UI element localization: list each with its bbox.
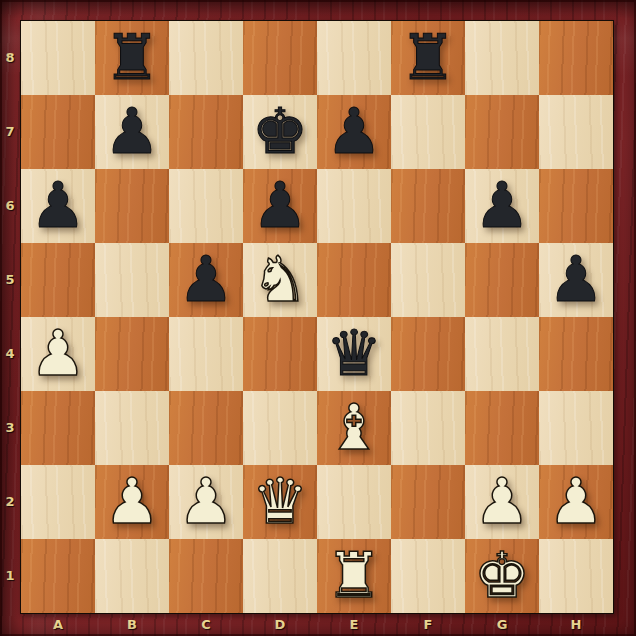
square-g6[interactable]: ♟ xyxy=(465,169,539,243)
square-e6[interactable] xyxy=(317,169,391,243)
piece-black-pawn[interactable]: ♟ xyxy=(252,169,308,243)
square-a2[interactable] xyxy=(21,465,95,539)
square-a4[interactable]: ♟ xyxy=(21,317,95,391)
piece-black-pawn[interactable]: ♟ xyxy=(548,243,604,317)
piece-black-pawn[interactable]: ♟ xyxy=(30,169,86,243)
piece-black-pawn[interactable]: ♟ xyxy=(104,95,160,169)
square-a7[interactable] xyxy=(21,95,95,169)
square-h2[interactable]: ♟ xyxy=(539,465,613,539)
piece-black-pawn[interactable]: ♟ xyxy=(178,243,234,317)
square-g5[interactable] xyxy=(465,243,539,317)
file-label-b: B xyxy=(95,613,169,636)
square-b1[interactable] xyxy=(95,539,169,613)
square-d8[interactable] xyxy=(243,21,317,95)
piece-white-rook[interactable]: ♜ xyxy=(326,539,382,613)
square-f3[interactable] xyxy=(391,391,465,465)
square-c3[interactable] xyxy=(169,391,243,465)
piece-white-pawn[interactable]: ♟ xyxy=(178,465,234,539)
square-g4[interactable] xyxy=(465,317,539,391)
rank-label-6: 6 xyxy=(0,169,20,243)
square-d4[interactable] xyxy=(243,317,317,391)
square-d1[interactable] xyxy=(243,539,317,613)
square-e5[interactable] xyxy=(317,243,391,317)
piece-white-pawn[interactable]: ♟ xyxy=(104,465,160,539)
square-c8[interactable] xyxy=(169,21,243,95)
rank-label-3: 3 xyxy=(0,391,20,465)
square-b2[interactable]: ♟ xyxy=(95,465,169,539)
square-h7[interactable] xyxy=(539,95,613,169)
file-label-f: F xyxy=(391,613,465,636)
square-e4[interactable]: ♛ xyxy=(317,317,391,391)
square-b6[interactable] xyxy=(95,169,169,243)
piece-black-pawn[interactable]: ♟ xyxy=(326,95,382,169)
square-d3[interactable] xyxy=(243,391,317,465)
square-f8[interactable]: ♜ xyxy=(391,21,465,95)
piece-white-knight[interactable]: ♞ xyxy=(252,243,308,317)
square-c1[interactable] xyxy=(169,539,243,613)
square-a5[interactable] xyxy=(21,243,95,317)
piece-white-queen[interactable]: ♛ xyxy=(252,465,308,539)
square-d7[interactable]: ♚ xyxy=(243,95,317,169)
square-d5[interactable]: ♞ xyxy=(243,243,317,317)
rank-label-2: 2 xyxy=(0,465,20,539)
rank-label-4: 4 xyxy=(0,317,20,391)
square-d6[interactable]: ♟ xyxy=(243,169,317,243)
square-g3[interactable] xyxy=(465,391,539,465)
piece-black-pawn[interactable]: ♟ xyxy=(474,169,530,243)
square-b3[interactable] xyxy=(95,391,169,465)
square-a1[interactable] xyxy=(21,539,95,613)
rank-label-5: 5 xyxy=(0,243,20,317)
chessboard-frame: ♜♜♟♚♟♟♟♟♟♞♟♟♛♝♟♟♛♟♟♜♚ 87654321ABCDEFGH xyxy=(0,0,636,636)
piece-white-pawn[interactable]: ♟ xyxy=(30,317,86,391)
square-c6[interactable] xyxy=(169,169,243,243)
file-label-c: C xyxy=(169,613,243,636)
square-f6[interactable] xyxy=(391,169,465,243)
square-f7[interactable] xyxy=(391,95,465,169)
square-e8[interactable] xyxy=(317,21,391,95)
square-h5[interactable]: ♟ xyxy=(539,243,613,317)
file-label-d: D xyxy=(243,613,317,636)
piece-white-bishop[interactable]: ♝ xyxy=(326,391,382,465)
piece-black-king[interactable]: ♚ xyxy=(252,95,308,169)
square-g7[interactable] xyxy=(465,95,539,169)
square-g1[interactable]: ♚ xyxy=(465,539,539,613)
square-c2[interactable]: ♟ xyxy=(169,465,243,539)
square-b5[interactable] xyxy=(95,243,169,317)
square-g2[interactable]: ♟ xyxy=(465,465,539,539)
square-b8[interactable]: ♜ xyxy=(95,21,169,95)
square-a8[interactable] xyxy=(21,21,95,95)
square-h1[interactable] xyxy=(539,539,613,613)
square-h6[interactable] xyxy=(539,169,613,243)
square-c7[interactable] xyxy=(169,95,243,169)
square-f4[interactable] xyxy=(391,317,465,391)
square-f2[interactable] xyxy=(391,465,465,539)
file-label-e: E xyxy=(317,613,391,636)
square-e1[interactable]: ♜ xyxy=(317,539,391,613)
rank-label-8: 8 xyxy=(0,21,20,95)
square-g8[interactable] xyxy=(465,21,539,95)
square-a6[interactable]: ♟ xyxy=(21,169,95,243)
square-f5[interactable] xyxy=(391,243,465,317)
square-d2[interactable]: ♛ xyxy=(243,465,317,539)
chess-board: ♜♜♟♚♟♟♟♟♟♞♟♟♛♝♟♟♛♟♟♜♚ xyxy=(20,20,614,614)
piece-black-rook[interactable]: ♜ xyxy=(104,21,160,95)
square-h8[interactable] xyxy=(539,21,613,95)
square-a3[interactable] xyxy=(21,391,95,465)
piece-white-pawn[interactable]: ♟ xyxy=(548,465,604,539)
rank-label-1: 1 xyxy=(0,539,20,613)
square-b7[interactable]: ♟ xyxy=(95,95,169,169)
piece-black-queen[interactable]: ♛ xyxy=(326,317,382,391)
file-label-a: A xyxy=(21,613,95,636)
file-label-g: G xyxy=(465,613,539,636)
square-b4[interactable] xyxy=(95,317,169,391)
square-h3[interactable] xyxy=(539,391,613,465)
square-h4[interactable] xyxy=(539,317,613,391)
piece-white-pawn[interactable]: ♟ xyxy=(474,465,530,539)
piece-white-king[interactable]: ♚ xyxy=(474,539,530,613)
square-e3[interactable]: ♝ xyxy=(317,391,391,465)
piece-black-rook[interactable]: ♜ xyxy=(400,21,456,95)
square-c4[interactable] xyxy=(169,317,243,391)
rank-label-7: 7 xyxy=(0,95,20,169)
square-c5[interactable]: ♟ xyxy=(169,243,243,317)
square-f1[interactable] xyxy=(391,539,465,613)
square-e2[interactable] xyxy=(317,465,391,539)
square-e7[interactable]: ♟ xyxy=(317,95,391,169)
file-label-h: H xyxy=(539,613,613,636)
